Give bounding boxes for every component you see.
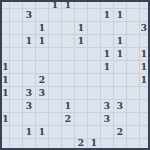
cell-r10-c3[interactable]: 1 — [36, 126, 49, 139]
cell-r0-c10[interactable] — [127, 2, 140, 9]
cell-r1-c4[interactable] — [49, 9, 62, 22]
clue-digit: 2 — [39, 76, 45, 85]
cell-r4-c10[interactable] — [127, 48, 140, 61]
cell-r0-c3[interactable] — [36, 2, 49, 9]
cell-r9-c2[interactable] — [23, 113, 36, 126]
cell-r2-c10[interactable] — [127, 22, 140, 35]
clue-digit: 3 — [26, 11, 32, 20]
cell-r8-c1[interactable] — [10, 100, 23, 113]
cell-r6-c2[interactable] — [23, 74, 36, 87]
cell-r9-c11[interactable] — [140, 113, 148, 126]
cell-r4-c9[interactable]: 1 — [114, 48, 127, 61]
cell-r6-c8[interactable] — [101, 74, 114, 87]
cell-r9-c7[interactable] — [88, 113, 101, 126]
clue-digit: 1 — [78, 24, 84, 33]
clue-digit: 1 — [2, 76, 8, 85]
cell-r5-c6[interactable] — [75, 61, 88, 74]
cell-r1-c10[interactable] — [127, 9, 140, 22]
cell-r6-c9[interactable] — [114, 74, 127, 87]
cell-r0-c7[interactable] — [88, 2, 101, 9]
cell-r2-c11[interactable]: 3 — [140, 22, 148, 35]
cell-r8-c10[interactable] — [127, 100, 140, 113]
clue-digit: 1 — [141, 63, 147, 72]
cell-r11-c4[interactable] — [49, 139, 62, 148]
cell-r8-c11[interactable] — [140, 100, 148, 113]
cell-r3-c8[interactable] — [101, 35, 114, 48]
puzzle-screenshot: 113111131111111111121133313312311221 — [0, 0, 150, 150]
cell-r11-c7[interactable]: 1 — [88, 139, 101, 148]
clue-digit: 1 — [2, 63, 8, 72]
cell-r10-c5[interactable] — [62, 126, 75, 139]
clue-digit: 1 — [39, 24, 45, 33]
cell-r3-c3[interactable]: 1 — [36, 35, 49, 48]
clue-digit: 1 — [104, 50, 110, 59]
cell-r7-c3[interactable]: 3 — [36, 87, 49, 100]
cell-r3-c5[interactable] — [62, 35, 75, 48]
cell-r7-c0[interactable]: 1 — [2, 87, 10, 100]
cell-r8-c5[interactable]: 1 — [62, 100, 75, 113]
cell-r7-c4[interactable] — [49, 87, 62, 100]
cell-r1-c3[interactable] — [36, 9, 49, 22]
cell-r2-c0[interactable] — [2, 22, 10, 35]
clue-digit: 1 — [26, 37, 32, 46]
cell-r0-c6[interactable] — [75, 2, 88, 9]
cell-r9-c10[interactable] — [127, 113, 140, 126]
cell-r11-c5[interactable] — [62, 139, 75, 148]
clue-digit: 1 — [104, 63, 110, 72]
cell-r0-c8[interactable] — [101, 2, 114, 9]
cell-r10-c11[interactable] — [140, 126, 148, 139]
clue-digit: 2 — [78, 139, 84, 148]
cell-r2-c2[interactable] — [23, 22, 36, 35]
cell-r4-c8[interactable]: 1 — [101, 48, 114, 61]
cell-r0-c0[interactable] — [2, 2, 10, 9]
cell-r3-c7[interactable] — [88, 35, 101, 48]
cell-r3-c1[interactable] — [10, 35, 23, 48]
cell-r6-c6[interactable] — [75, 74, 88, 87]
clue-digit: 2 — [65, 115, 71, 124]
cell-r3-c6[interactable]: 1 — [75, 35, 88, 48]
cell-r3-c10[interactable] — [127, 35, 140, 48]
cell-r9-c9[interactable] — [114, 113, 127, 126]
clue-digit: 1 — [104, 11, 110, 20]
cell-r2-c1[interactable] — [10, 22, 23, 35]
cell-r7-c2[interactable]: 3 — [23, 87, 36, 100]
cell-r1-c6[interactable] — [75, 9, 88, 22]
cell-r4-c7[interactable] — [88, 48, 101, 61]
clue-digit: 1 — [141, 50, 147, 59]
cell-r9-c8[interactable]: 3 — [101, 113, 114, 126]
clue-digit: 1 — [65, 102, 71, 111]
clue-digit: 1 — [78, 37, 84, 46]
cell-r8-c6[interactable] — [75, 100, 88, 113]
clue-digit: 1 — [39, 37, 45, 46]
cell-r6-c0[interactable]: 1 — [2, 74, 10, 87]
clue-digit: 3 — [104, 115, 110, 124]
cell-r5-c2[interactable] — [23, 61, 36, 74]
cell-r9-c3[interactable] — [36, 113, 49, 126]
cell-r9-c1[interactable] — [10, 113, 23, 126]
cell-r11-c0[interactable] — [2, 139, 10, 148]
clue-digit: 1 — [117, 11, 123, 20]
cell-r0-c1[interactable] — [10, 2, 23, 9]
cell-r6-c3[interactable]: 2 — [36, 74, 49, 87]
cell-r1-c7[interactable] — [88, 9, 101, 22]
clue-digit: 3 — [104, 102, 110, 111]
cell-r6-c1[interactable] — [10, 74, 23, 87]
cell-r8-c3[interactable] — [36, 100, 49, 113]
cell-r5-c8[interactable]: 1 — [101, 61, 114, 74]
cell-r2-c8[interactable] — [101, 22, 114, 35]
cell-r1-c5[interactable] — [62, 9, 75, 22]
cell-r1-c9[interactable]: 1 — [114, 9, 127, 22]
clue-digit: 3 — [117, 102, 123, 111]
clue-digit: 1 — [141, 76, 147, 85]
cell-r6-c11[interactable]: 1 — [140, 74, 148, 87]
cell-r0-c11[interactable] — [140, 2, 148, 9]
cell-r0-c4[interactable]: 1 — [49, 2, 62, 9]
cell-r0-c2[interactable] — [23, 2, 36, 9]
cell-r1-c11[interactable] — [140, 9, 148, 22]
cell-r5-c9[interactable] — [114, 61, 127, 74]
cell-r3-c4[interactable] — [49, 35, 62, 48]
cell-r7-c8[interactable] — [101, 87, 114, 100]
cell-r3-c2[interactable]: 1 — [23, 35, 36, 48]
cell-r2-c3[interactable]: 1 — [36, 22, 49, 35]
cell-r7-c11[interactable] — [140, 87, 148, 100]
cell-r1-c1[interactable] — [10, 9, 23, 22]
cell-r4-c0[interactable] — [2, 48, 10, 61]
cell-r5-c0[interactable]: 1 — [2, 61, 10, 74]
cell-r4-c2[interactable] — [23, 48, 36, 61]
cell-r5-c7[interactable] — [88, 61, 101, 74]
clue-digit: 1 — [26, 128, 32, 137]
cell-r8-c8[interactable]: 3 — [101, 100, 114, 113]
cell-r4-c4[interactable] — [49, 48, 62, 61]
cell-r4-c5[interactable] — [62, 48, 75, 61]
clue-digit: 1 — [91, 139, 97, 148]
cell-r9-c6[interactable] — [75, 113, 88, 126]
cell-r7-c5[interactable] — [62, 87, 75, 100]
cell-r10-c4[interactable] — [49, 126, 62, 139]
cell-r4-c11[interactable]: 1 — [140, 48, 148, 61]
cell-r4-c1[interactable] — [10, 48, 23, 61]
cell-r6-c10[interactable] — [127, 74, 140, 87]
cell-r11-c1[interactable] — [10, 139, 23, 148]
cell-r11-c10[interactable] — [127, 139, 140, 148]
cell-r8-c7[interactable] — [88, 100, 101, 113]
cell-r2-c6[interactable]: 1 — [75, 22, 88, 35]
cell-r5-c5[interactable] — [62, 61, 75, 74]
cell-r7-c7[interactable] — [88, 87, 101, 100]
cell-r2-c5[interactable] — [62, 22, 75, 35]
puzzle-board: 113111131111111111121133313312311221 — [0, 0, 150, 150]
cell-r11-c8[interactable] — [101, 139, 114, 148]
cell-r1-c2[interactable]: 3 — [23, 9, 36, 22]
cell-r7-c10[interactable] — [127, 87, 140, 100]
cell-r4-c3[interactable] — [36, 48, 49, 61]
cell-r10-c1[interactable] — [10, 126, 23, 139]
cell-r9-c5[interactable]: 2 — [62, 113, 75, 126]
cell-r11-c11[interactable] — [140, 139, 148, 148]
cell-r6-c7[interactable] — [88, 74, 101, 87]
clue-digit: 3 — [26, 89, 32, 98]
cell-r7-c1[interactable] — [10, 87, 23, 100]
clue-digit: 3 — [39, 89, 45, 98]
cell-r1-c8[interactable]: 1 — [101, 9, 114, 22]
cell-r7-c6[interactable] — [75, 87, 88, 100]
cell-r11-c6[interactable]: 2 — [75, 139, 88, 148]
cell-r3-c9[interactable]: 1 — [114, 35, 127, 48]
clue-digit: 1 — [117, 37, 123, 46]
cell-r3-c11[interactable] — [140, 35, 148, 48]
cell-r4-c6[interactable] — [75, 48, 88, 61]
cell-r5-c4[interactable] — [49, 61, 62, 74]
cell-r2-c7[interactable] — [88, 22, 101, 35]
cell-r6-c5[interactable] — [62, 74, 75, 87]
cell-r3-c0[interactable] — [2, 35, 10, 48]
clue-digit: 3 — [141, 24, 147, 33]
cell-r11-c2[interactable] — [23, 139, 36, 148]
cell-r11-c3[interactable] — [36, 139, 49, 148]
cell-r8-c9[interactable]: 3 — [114, 100, 127, 113]
clue-digit: 3 — [26, 102, 32, 111]
clue-digit: 2 — [117, 128, 123, 137]
cell-r9-c4[interactable] — [49, 113, 62, 126]
clue-digit: 1 — [2, 89, 8, 98]
clue-digit: 1 — [117, 50, 123, 59]
cell-r2-c4[interactable] — [49, 22, 62, 35]
cell-r8-c4[interactable] — [49, 100, 62, 113]
clue-digit: 1 — [39, 128, 45, 137]
cell-r5-c10[interactable] — [127, 61, 140, 74]
cell-r5-c3[interactable] — [36, 61, 49, 74]
cell-r11-c9[interactable] — [114, 139, 127, 148]
clue-digit: 1 — [2, 115, 8, 124]
cell-r5-c1[interactable] — [10, 61, 23, 74]
cell-r9-c0[interactable]: 1 — [2, 113, 10, 126]
cell-r7-c9[interactable] — [114, 87, 127, 100]
cell-r6-c4[interactable] — [49, 74, 62, 87]
cell-r8-c0[interactable] — [2, 100, 10, 113]
cell-r10-c8[interactable] — [101, 126, 114, 139]
cell-r0-c9[interactable] — [114, 2, 127, 9]
cell-r1-c0[interactable] — [2, 9, 10, 22]
cell-r10-c2[interactable]: 1 — [23, 126, 36, 139]
cell-r10-c0[interactable] — [2, 126, 10, 139]
cell-r5-c11[interactable]: 1 — [140, 61, 148, 74]
cell-r0-c5[interactable]: 1 — [62, 2, 75, 9]
cell-r2-c9[interactable] — [114, 22, 127, 35]
cell-r10-c10[interactable] — [127, 126, 140, 139]
cell-r8-c2[interactable]: 3 — [23, 100, 36, 113]
cell-r10-c9[interactable]: 2 — [114, 126, 127, 139]
